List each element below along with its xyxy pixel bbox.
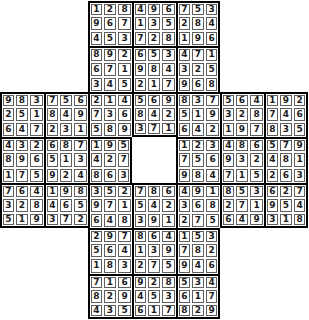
cell-r11c21[interactable]: 1 (293, 152, 308, 167)
cell-r9c11[interactable]: 7 (147, 122, 162, 137)
cell-r15c12[interactable]: 1 (161, 213, 176, 228)
cell-r11c18[interactable]: 2 (249, 152, 264, 167)
cell-r1c7[interactable]: 1 (88, 1, 103, 16)
cell-r5c13[interactable]: 3 (176, 62, 191, 77)
cell-r3c10[interactable]: 7 (132, 31, 147, 46)
cell-r15c20[interactable]: 1 (279, 213, 294, 228)
cell-r6c10[interactable]: 2 (132, 77, 147, 92)
cell-r8c13[interactable]: 5 (176, 107, 191, 122)
cell-r4c11[interactable]: 5 (147, 46, 162, 61)
cell-r7c5[interactable]: 5 (59, 92, 74, 107)
cell-r14c1[interactable]: 3 (0, 198, 15, 213)
cell-r2c12[interactable]: 5 (161, 16, 176, 31)
cell-r11c5[interactable]: 1 (59, 152, 74, 167)
cell-r8c8[interactable]: 3 (103, 107, 118, 122)
cell-r11c1[interactable]: 8 (0, 152, 15, 167)
cell-r15c7[interactable]: 6 (88, 213, 103, 228)
cell-r7c12[interactable]: 9 (161, 92, 176, 107)
cell-r15c21[interactable]: 8 (293, 213, 308, 228)
cell-r7c19[interactable]: 1 (264, 92, 279, 107)
cell-r15c9[interactable]: 8 (117, 213, 132, 228)
cell-r15c11[interactable]: 9 (147, 213, 162, 228)
cell-r12c18[interactable]: 5 (249, 168, 264, 183)
cell-r14c21[interactable]: 4 (293, 198, 308, 213)
cell-r13c6[interactable]: 8 (73, 183, 88, 198)
cell-r9c8[interactable]: 8 (103, 122, 118, 137)
cell-r2c14[interactable]: 8 (191, 16, 206, 31)
cell-r3c15[interactable]: 6 (205, 31, 220, 46)
cell-r11c20[interactable]: 8 (279, 152, 294, 167)
cell-r4c14[interactable]: 7 (191, 46, 206, 61)
cell-r17c10[interactable]: 1 (132, 243, 147, 258)
cell-r16c14[interactable]: 5 (191, 228, 206, 243)
cell-r14c17[interactable]: 7 (235, 198, 250, 213)
cell-r10c16[interactable]: 4 (220, 137, 235, 152)
cell-r17c14[interactable]: 8 (191, 243, 206, 258)
cell-r7c4[interactable]: 7 (44, 92, 59, 107)
cell-r1c9[interactable]: 8 (117, 1, 132, 16)
cell-r1c15[interactable]: 3 (205, 1, 220, 16)
cell-r2c13[interactable]: 2 (176, 16, 191, 31)
cell-r4c15[interactable]: 1 (205, 46, 220, 61)
cell-r10c4[interactable]: 6 (44, 137, 59, 152)
cell-r18c11[interactable]: 7 (147, 258, 162, 273)
cell-r6c8[interactable]: 4 (103, 77, 118, 92)
cell-r21c7[interactable]: 4 (88, 304, 103, 319)
cell-r7c6[interactable]: 6 (73, 92, 88, 107)
cell-r15c8[interactable]: 4 (103, 213, 118, 228)
cell-r20c15[interactable]: 7 (205, 289, 220, 304)
cell-r19c9[interactable]: 6 (117, 274, 132, 289)
cell-r9c1[interactable]: 6 (0, 122, 15, 137)
cell-r14c9[interactable]: 1 (117, 198, 132, 213)
cell-r13c14[interactable]: 9 (191, 183, 206, 198)
cell-r14c18[interactable]: 1 (249, 198, 264, 213)
cell-r18c8[interactable]: 8 (103, 258, 118, 273)
cell-r9c7[interactable]: 5 (88, 122, 103, 137)
cell-r18c14[interactable]: 4 (191, 258, 206, 273)
cell-r8c17[interactable]: 2 (235, 107, 250, 122)
cell-r13c12[interactable]: 6 (161, 183, 176, 198)
cell-r9c18[interactable]: 7 (249, 122, 264, 137)
cell-r11c9[interactable]: 7 (117, 152, 132, 167)
cell-r17c9[interactable]: 4 (117, 243, 132, 258)
cell-r8c21[interactable]: 6 (293, 107, 308, 122)
cell-r18c15[interactable]: 6 (205, 258, 220, 273)
cell-r3c8[interactable]: 5 (103, 31, 118, 46)
cell-r8c1[interactable]: 2 (0, 107, 15, 122)
cell-r9c9[interactable]: 9 (117, 122, 132, 137)
cell-r12c16[interactable]: 7 (220, 168, 235, 183)
cell-r21c15[interactable]: 9 (205, 304, 220, 319)
cell-r15c3[interactable]: 9 (29, 213, 44, 228)
cell-r5c7[interactable]: 6 (88, 62, 103, 77)
cell-r9c17[interactable]: 9 (235, 122, 250, 137)
cell-r1c10[interactable]: 4 (132, 1, 147, 16)
cell-r16c7[interactable]: 2 (88, 228, 103, 243)
cell-r15c18[interactable]: 9 (249, 213, 264, 228)
cell-r13c1[interactable]: 7 (0, 183, 15, 198)
cell-r15c6[interactable]: 2 (73, 213, 88, 228)
cell-r5c8[interactable]: 7 (103, 62, 118, 77)
cell-r10c2[interactable]: 3 (15, 137, 30, 152)
cell-r15c4[interactable]: 3 (44, 213, 59, 228)
cell-r12c4[interactable]: 9 (44, 168, 59, 183)
cell-r9c4[interactable]: 2 (44, 122, 59, 137)
cell-r9c16[interactable]: 1 (220, 122, 235, 137)
cell-r10c7[interactable]: 1 (88, 137, 103, 152)
cell-r13c8[interactable]: 5 (103, 183, 118, 198)
cell-r9c20[interactable]: 3 (279, 122, 294, 137)
cell-r17c7[interactable]: 5 (88, 243, 103, 258)
cell-r14c16[interactable]: 2 (220, 198, 235, 213)
samurai-sudoku-board: 1284967539671352844537281968926534716719… (0, 1, 308, 319)
cell-r8c20[interactable]: 4 (279, 107, 294, 122)
cell-r7c17[interactable]: 6 (235, 92, 250, 107)
cell-r14c7[interactable]: 9 (88, 198, 103, 213)
cell-r17c12[interactable]: 9 (161, 243, 176, 258)
cell-r16c10[interactable]: 8 (132, 228, 147, 243)
cell-r15c15[interactable]: 5 (205, 213, 220, 228)
cell-r8c5[interactable]: 4 (59, 107, 74, 122)
cell-r19c13[interactable]: 5 (176, 274, 191, 289)
cell-r1c11[interactable]: 9 (147, 1, 162, 16)
cell-r11c8[interactable]: 2 (103, 152, 118, 167)
cell-r20c11[interactable]: 5 (147, 289, 162, 304)
cell-r15c14[interactable]: 7 (191, 213, 206, 228)
cell-r11c7[interactable]: 4 (88, 152, 103, 167)
cell-r15c17[interactable]: 4 (235, 213, 250, 228)
cell-r6c15[interactable]: 8 (205, 77, 220, 92)
cell-r11c19[interactable]: 4 (264, 152, 279, 167)
cell-r21c10[interactable]: 6 (132, 304, 147, 319)
cell-r20c14[interactable]: 1 (191, 289, 206, 304)
cell-r19c10[interactable]: 9 (132, 274, 147, 289)
cell-r18c12[interactable]: 5 (161, 258, 176, 273)
cell-r14c11[interactable]: 4 (147, 198, 162, 213)
cell-r21c13[interactable]: 8 (176, 304, 191, 319)
cell-r19c15[interactable]: 4 (205, 274, 220, 289)
cell-r10c8[interactable]: 9 (103, 137, 118, 152)
cell-r10c17[interactable]: 8 (235, 137, 250, 152)
cell-r10c14[interactable]: 2 (191, 137, 206, 152)
cell-r5c11[interactable]: 8 (147, 62, 162, 77)
cell-r8c11[interactable]: 4 (147, 107, 162, 122)
cell-r4c9[interactable]: 2 (117, 46, 132, 61)
cell-r17c13[interactable]: 7 (176, 243, 191, 258)
cell-r6c9[interactable]: 5 (117, 77, 132, 92)
cell-r3c7[interactable]: 4 (88, 31, 103, 46)
cell-r12c20[interactable]: 6 (279, 168, 294, 183)
cell-r11c2[interactable]: 9 (15, 152, 30, 167)
cell-r6c14[interactable]: 6 (191, 77, 206, 92)
cell-r18c13[interactable]: 9 (176, 258, 191, 273)
cell-r18c9[interactable]: 3 (117, 258, 132, 273)
cell-r1c12[interactable]: 6 (161, 1, 176, 16)
cell-r7c10[interactable]: 5 (132, 92, 147, 107)
cell-r12c14[interactable]: 8 (191, 168, 206, 183)
cell-r21c8[interactable]: 3 (103, 304, 118, 319)
cell-r19c11[interactable]: 2 (147, 274, 162, 289)
cell-r10c5[interactable]: 8 (59, 137, 74, 152)
cell-r20c9[interactable]: 9 (117, 289, 132, 304)
cell-r13c15[interactable]: 1 (205, 183, 220, 198)
cell-r5c15[interactable]: 5 (205, 62, 220, 77)
cell-r12c15[interactable]: 4 (205, 168, 220, 183)
cell-r13c7[interactable]: 3 (88, 183, 103, 198)
cell-r20c13[interactable]: 6 (176, 289, 191, 304)
cell-r7c15[interactable]: 7 (205, 92, 220, 107)
cell-r11c3[interactable]: 6 (29, 152, 44, 167)
cell-r11c14[interactable]: 5 (191, 152, 206, 167)
cell-r7c18[interactable]: 4 (249, 92, 264, 107)
cell-r3c11[interactable]: 2 (147, 31, 162, 46)
cell-r7c8[interactable]: 1 (103, 92, 118, 107)
cell-r10c20[interactable]: 7 (279, 137, 294, 152)
cell-r10c3[interactable]: 2 (29, 137, 44, 152)
cell-r8c19[interactable]: 7 (264, 107, 279, 122)
cell-r21c14[interactable]: 2 (191, 304, 206, 319)
cell-r13c18[interactable]: 3 (249, 183, 264, 198)
cell-r8c16[interactable]: 3 (220, 107, 235, 122)
cell-r9c5[interactable]: 3 (59, 122, 74, 137)
cell-r9c10[interactable]: 3 (132, 122, 147, 137)
cell-r12c17[interactable]: 1 (235, 168, 250, 183)
cell-r7c20[interactable]: 9 (279, 92, 294, 107)
cell-r12c3[interactable]: 5 (29, 168, 44, 183)
cell-r2c10[interactable]: 1 (132, 16, 147, 31)
cell-r12c1[interactable]: 1 (0, 168, 15, 183)
cell-r12c2[interactable]: 7 (15, 168, 30, 183)
cell-r21c9[interactable]: 5 (117, 304, 132, 319)
cell-r9c2[interactable]: 4 (15, 122, 30, 137)
cell-r7c2[interactable]: 8 (15, 92, 30, 107)
cell-r19c8[interactable]: 1 (103, 274, 118, 289)
cell-r14c12[interactable]: 2 (161, 198, 176, 213)
cell-r13c16[interactable]: 8 (220, 183, 235, 198)
cell-r15c1[interactable]: 5 (0, 213, 15, 228)
cell-r21c11[interactable]: 1 (147, 304, 162, 319)
cell-r7c3[interactable]: 3 (29, 92, 44, 107)
cell-r13c2[interactable]: 6 (15, 183, 30, 198)
cell-r9c19[interactable]: 8 (264, 122, 279, 137)
cell-r6c7[interactable]: 3 (88, 77, 103, 92)
cell-r11c17[interactable]: 3 (235, 152, 250, 167)
cell-r12c21[interactable]: 3 (293, 168, 308, 183)
cell-r14c20[interactable]: 5 (279, 198, 294, 213)
cell-r10c21[interactable]: 9 (293, 137, 308, 152)
cell-r13c20[interactable]: 2 (279, 183, 294, 198)
cell-r14c6[interactable]: 5 (73, 198, 88, 213)
cell-r4c7[interactable]: 8 (88, 46, 103, 61)
cell-r8c2[interactable]: 5 (15, 107, 30, 122)
cell-r3c13[interactable]: 1 (176, 31, 191, 46)
cell-r20c7[interactable]: 8 (88, 289, 103, 304)
cell-r13c10[interactable]: 7 (132, 183, 147, 198)
cell-r14c8[interactable]: 7 (103, 198, 118, 213)
cell-r9c13[interactable]: 6 (176, 122, 191, 137)
cell-r13c3[interactable]: 4 (29, 183, 44, 198)
cell-r3c12[interactable]: 8 (161, 31, 176, 46)
cell-r10c9[interactable]: 5 (117, 137, 132, 152)
cell-r7c16[interactable]: 5 (220, 92, 235, 107)
cell-r8c9[interactable]: 6 (117, 107, 132, 122)
cell-r13c11[interactable]: 8 (147, 183, 162, 198)
cell-r12c19[interactable]: 2 (264, 168, 279, 183)
cell-r16c15[interactable]: 3 (205, 228, 220, 243)
cell-r9c15[interactable]: 2 (205, 122, 220, 137)
cell-r15c5[interactable]: 7 (59, 213, 74, 228)
cell-r18c10[interactable]: 2 (132, 258, 147, 273)
cell-r13c13[interactable]: 4 (176, 183, 191, 198)
cell-r9c14[interactable]: 4 (191, 122, 206, 137)
cell-r13c19[interactable]: 6 (264, 183, 279, 198)
cell-r14c3[interactable]: 8 (29, 198, 44, 213)
cell-r15c13[interactable]: 2 (176, 213, 191, 228)
cell-r17c11[interactable]: 3 (147, 243, 162, 258)
cell-r7c9[interactable]: 4 (117, 92, 132, 107)
cell-r7c13[interactable]: 8 (176, 92, 191, 107)
cell-r5c14[interactable]: 2 (191, 62, 206, 77)
cell-r9c6[interactable]: 1 (73, 122, 88, 137)
cell-r12c9[interactable]: 3 (117, 168, 132, 183)
cell-r21c12[interactable]: 7 (161, 304, 176, 319)
cell-r16c8[interactable]: 9 (103, 228, 118, 243)
cell-r14c4[interactable]: 4 (44, 198, 59, 213)
cell-r13c21[interactable]: 7 (293, 183, 308, 198)
cell-r6c13[interactable]: 9 (176, 77, 191, 92)
cell-r16c9[interactable]: 7 (117, 228, 132, 243)
cell-r10c18[interactable]: 6 (249, 137, 264, 152)
cell-r9c12[interactable]: 1 (161, 122, 176, 137)
cell-r14c13[interactable]: 3 (176, 198, 191, 213)
cell-r11c16[interactable]: 9 (220, 152, 235, 167)
cell-r7c14[interactable]: 3 (191, 92, 206, 107)
cell-r8c4[interactable]: 8 (44, 107, 59, 122)
cell-r1c8[interactable]: 2 (103, 1, 118, 16)
cell-r13c17[interactable]: 5 (235, 183, 250, 198)
cell-r8c15[interactable]: 9 (205, 107, 220, 122)
cell-r2c9[interactable]: 7 (117, 16, 132, 31)
cell-r13c9[interactable]: 2 (117, 183, 132, 198)
cell-r10c13[interactable]: 1 (176, 137, 191, 152)
cell-r10c6[interactable]: 7 (73, 137, 88, 152)
cell-r12c7[interactable]: 8 (88, 168, 103, 183)
cell-r20c12[interactable]: 3 (161, 289, 176, 304)
cell-r4c12[interactable]: 3 (161, 46, 176, 61)
cell-r5c9[interactable]: 1 (117, 62, 132, 77)
cell-r3c14[interactable]: 9 (191, 31, 206, 46)
cell-r19c12[interactable]: 8 (161, 274, 176, 289)
cell-r8c18[interactable]: 8 (249, 107, 264, 122)
cell-r8c10[interactable]: 8 (132, 107, 147, 122)
cell-r15c16[interactable]: 6 (220, 213, 235, 228)
cell-r15c19[interactable]: 3 (264, 213, 279, 228)
cell-r12c13[interactable]: 9 (176, 168, 191, 183)
cell-r7c1[interactable]: 9 (0, 92, 15, 107)
cell-r16c12[interactable]: 4 (161, 228, 176, 243)
cell-r14c10[interactable]: 5 (132, 198, 147, 213)
cell-r10c15[interactable]: 3 (205, 137, 220, 152)
cell-r6c11[interactable]: 1 (147, 77, 162, 92)
cell-r2c15[interactable]: 4 (205, 16, 220, 31)
cell-r9c21[interactable]: 5 (293, 122, 308, 137)
cell-r8c7[interactable]: 7 (88, 107, 103, 122)
cell-r15c10[interactable]: 3 (132, 213, 147, 228)
cell-r17c15[interactable]: 2 (205, 243, 220, 258)
cell-r8c14[interactable]: 1 (191, 107, 206, 122)
cell-r7c21[interactable]: 2 (293, 92, 308, 107)
cell-r11c6[interactable]: 3 (73, 152, 88, 167)
cell-r8c3[interactable]: 1 (29, 107, 44, 122)
cell-r16c13[interactable]: 1 (176, 228, 191, 243)
cell-r15c2[interactable]: 1 (15, 213, 30, 228)
cell-r18c7[interactable]: 1 (88, 258, 103, 273)
cell-r12c6[interactable]: 4 (73, 168, 88, 183)
cell-r8c6[interactable]: 9 (73, 107, 88, 122)
cell-r6c12[interactable]: 7 (161, 77, 176, 92)
cell-r4c13[interactable]: 4 (176, 46, 191, 61)
cell-r20c8[interactable]: 2 (103, 289, 118, 304)
cell-r14c5[interactable]: 6 (59, 198, 74, 213)
cell-r7c11[interactable]: 6 (147, 92, 162, 107)
cell-r11c4[interactable]: 5 (44, 152, 59, 167)
cell-r4c10[interactable]: 6 (132, 46, 147, 61)
cell-r10c1[interactable]: 4 (0, 137, 15, 152)
cell-r16c11[interactable]: 6 (147, 228, 162, 243)
cell-r5c10[interactable]: 9 (132, 62, 147, 77)
cell-r19c7[interactable]: 7 (88, 274, 103, 289)
cell-r3c9[interactable]: 3 (117, 31, 132, 46)
cell-r14c14[interactable]: 6 (191, 198, 206, 213)
cell-r10c19[interactable]: 5 (264, 137, 279, 152)
cell-r20c10[interactable]: 4 (132, 289, 147, 304)
cell-r11c13[interactable]: 7 (176, 152, 191, 167)
cell-r2c7[interactable]: 9 (88, 16, 103, 31)
cell-r12c5[interactable]: 2 (59, 168, 74, 183)
cell-r13c5[interactable]: 9 (59, 183, 74, 198)
cell-r1c14[interactable]: 5 (191, 1, 206, 16)
cell-r5c12[interactable]: 4 (161, 62, 176, 77)
cell-r13c4[interactable]: 1 (44, 183, 59, 198)
cell-r2c11[interactable]: 3 (147, 16, 162, 31)
cell-r4c8[interactable]: 9 (103, 46, 118, 61)
cell-r7c7[interactable]: 2 (88, 92, 103, 107)
cell-r17c8[interactable]: 6 (103, 243, 118, 258)
cell-r2c8[interactable]: 6 (103, 16, 118, 31)
cell-r8c12[interactable]: 2 (161, 107, 176, 122)
cell-r11c15[interactable]: 6 (205, 152, 220, 167)
cell-r12c8[interactable]: 6 (103, 168, 118, 183)
cell-r14c15[interactable]: 8 (205, 198, 220, 213)
cell-r19c14[interactable]: 3 (191, 274, 206, 289)
cell-r9c3[interactable]: 7 (29, 122, 44, 137)
cell-r14c2[interactable]: 2 (15, 198, 30, 213)
puzzle-page: 1284967539671352844537281968926534716719… (0, 0, 309, 320)
cell-r1c13[interactable]: 7 (176, 1, 191, 16)
cell-r14c19[interactable]: 9 (264, 198, 279, 213)
